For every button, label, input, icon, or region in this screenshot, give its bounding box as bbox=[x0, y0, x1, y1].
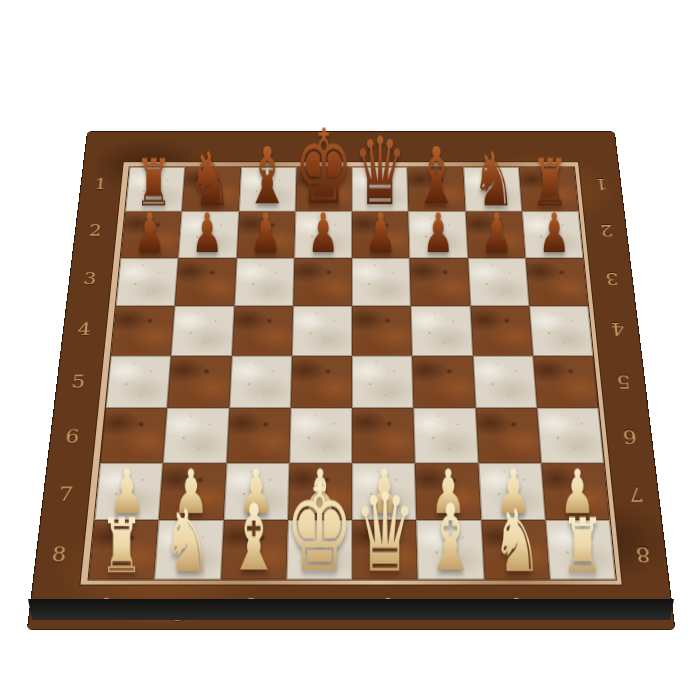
light-knight-g8[interactable]: ♞ bbox=[163, 507, 213, 576]
square-f8[interactable]: ♝ bbox=[220, 520, 287, 580]
rank-label-right-4: 4 bbox=[594, 304, 641, 355]
dark-pawn-b2[interactable]: ♟ bbox=[480, 211, 512, 255]
dark-pawn-g2[interactable]: ♟ bbox=[192, 211, 224, 255]
square-e4[interactable] bbox=[292, 306, 352, 356]
rank-label-right-5: 5 bbox=[599, 355, 648, 409]
square-c2[interactable]: ♟ bbox=[409, 212, 468, 258]
square-g5[interactable] bbox=[167, 356, 231, 408]
square-a4[interactable] bbox=[529, 306, 593, 356]
square-h2[interactable]: ♟ bbox=[121, 212, 182, 258]
dark-pawn-a2[interactable]: ♟ bbox=[538, 211, 570, 255]
square-c8[interactable]: ♝ bbox=[417, 520, 484, 580]
square-b3[interactable] bbox=[468, 258, 529, 306]
rank-label-left-2: 2 bbox=[73, 207, 118, 254]
rank-label-left-8: 8 bbox=[33, 524, 85, 586]
dark-pawn-e2[interactable]: ♟ bbox=[307, 211, 339, 255]
square-e6[interactable] bbox=[289, 408, 352, 463]
rank-label-left-3: 3 bbox=[67, 254, 113, 303]
square-a6[interactable] bbox=[537, 408, 604, 463]
square-g2[interactable]: ♟ bbox=[178, 212, 238, 258]
squares-grid: ♜♞♝♚♛♝♞♜♟♟♟♟♟♟♟♟♟♟♟♟♟♟♟♟♜♞♝♚♛♝♞♜ bbox=[87, 167, 616, 581]
dark-queen-d1[interactable]: ♛ bbox=[353, 134, 407, 209]
dark-pawn-c2[interactable]: ♟ bbox=[423, 211, 455, 255]
light-king-e8[interactable]: ♚ bbox=[285, 480, 354, 576]
square-d8[interactable]: ♛ bbox=[352, 520, 418, 580]
square-e5[interactable] bbox=[290, 356, 352, 408]
light-queen-d8[interactable]: ♛ bbox=[354, 489, 417, 576]
square-d6[interactable] bbox=[352, 408, 415, 463]
square-f5[interactable] bbox=[229, 356, 292, 408]
light-bishop-c8[interactable]: ♝ bbox=[424, 503, 477, 577]
square-f6[interactable] bbox=[226, 408, 290, 463]
square-h3[interactable] bbox=[116, 258, 179, 306]
square-d4[interactable] bbox=[352, 306, 412, 356]
chess-board: 12345678 ♜♞♝♚♛♝♞♜♟♟♟♟♟♟♟♟♟♟♟♟♟♟♟♟♜♞♝♚♛♝♞… bbox=[27, 131, 676, 630]
square-e8[interactable]: ♚ bbox=[286, 520, 352, 580]
rank-label-left-7: 7 bbox=[41, 465, 92, 524]
square-g6[interactable] bbox=[163, 408, 229, 463]
rank-label-left-4: 4 bbox=[61, 304, 108, 355]
light-knight-b8[interactable]: ♞ bbox=[492, 507, 542, 576]
square-g4[interactable] bbox=[171, 306, 234, 356]
rank-label-left-1: 1 bbox=[79, 162, 123, 207]
square-f4[interactable] bbox=[231, 306, 292, 356]
board-scene: 12345678 ♜♞♝♚♛♝♞♜♟♟♟♟♟♟♟♟♟♟♟♟♟♟♟♟♜♞♝♚♛♝♞… bbox=[60, 64, 640, 644]
dark-pawn-f2[interactable]: ♟ bbox=[249, 211, 281, 255]
rank-label-right-3: 3 bbox=[589, 254, 635, 303]
board-corner-top-left bbox=[84, 132, 126, 162]
square-a3[interactable] bbox=[525, 258, 588, 306]
square-b8[interactable]: ♞ bbox=[481, 520, 550, 580]
playing-field-frame: ♜♞♝♚♛♝♞♜♟♟♟♟♟♟♟♟♟♟♟♟♟♟♟♟♜♞♝♚♛♝♞♜ bbox=[79, 162, 623, 586]
square-c4[interactable] bbox=[411, 306, 473, 356]
photo-background: 12345678 ♜♞♝♚♛♝♞♜♟♟♟♟♟♟♟♟♟♟♟♟♟♟♟♟♜♞♝♚♛♝♞… bbox=[0, 0, 700, 700]
light-rook-h8[interactable]: ♜ bbox=[100, 516, 143, 576]
square-h6[interactable] bbox=[100, 408, 167, 463]
square-d2[interactable]: ♟ bbox=[352, 212, 410, 258]
square-b4[interactable] bbox=[470, 306, 533, 356]
dark-pawn-d2[interactable]: ♟ bbox=[365, 211, 397, 255]
rank-label-right-7: 7 bbox=[610, 465, 661, 524]
square-b5[interactable] bbox=[473, 356, 537, 408]
square-c3[interactable] bbox=[410, 258, 470, 306]
dark-king-e1[interactable]: ♚ bbox=[294, 127, 353, 210]
light-bishop-f8[interactable]: ♝ bbox=[227, 503, 280, 577]
rank-label-right-2: 2 bbox=[584, 207, 629, 254]
dark-pawn-h2[interactable]: ♟ bbox=[134, 211, 166, 255]
rank-label-left-5: 5 bbox=[55, 355, 103, 409]
square-h5[interactable] bbox=[106, 356, 171, 408]
rank-label-right-1: 1 bbox=[579, 162, 623, 207]
light-rook-a8[interactable]: ♜ bbox=[561, 516, 604, 576]
square-e3[interactable] bbox=[293, 258, 352, 306]
square-a2[interactable]: ♟ bbox=[522, 212, 583, 258]
square-f3[interactable] bbox=[234, 258, 294, 306]
square-e2[interactable]: ♟ bbox=[294, 212, 352, 258]
square-h4[interactable] bbox=[111, 306, 175, 356]
rank-label-right-8: 8 bbox=[617, 524, 669, 586]
square-d3[interactable] bbox=[352, 258, 411, 306]
square-h8[interactable]: ♜ bbox=[89, 520, 159, 580]
square-b2[interactable]: ♟ bbox=[465, 212, 525, 258]
square-a8[interactable]: ♜ bbox=[545, 520, 615, 580]
square-c6[interactable] bbox=[414, 408, 478, 463]
square-d5[interactable] bbox=[352, 356, 414, 408]
square-g8[interactable]: ♞ bbox=[155, 520, 224, 580]
square-f2[interactable]: ♟ bbox=[236, 212, 295, 258]
square-g3[interactable] bbox=[175, 258, 236, 306]
square-a5[interactable] bbox=[533, 356, 599, 408]
board-corner-top-right bbox=[576, 132, 618, 162]
square-c5[interactable] bbox=[412, 356, 475, 408]
square-b6[interactable] bbox=[475, 408, 541, 463]
rank-label-right-6: 6 bbox=[605, 409, 655, 465]
board-side-edge bbox=[28, 599, 674, 620]
rank-label-left-6: 6 bbox=[48, 409, 98, 465]
